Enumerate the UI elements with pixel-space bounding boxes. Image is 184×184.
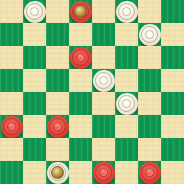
square-e4 bbox=[92, 92, 115, 115]
square-d3 bbox=[69, 115, 92, 138]
square-h3 bbox=[161, 115, 184, 138]
square-c6 bbox=[46, 46, 69, 69]
square-f4[interactable] bbox=[115, 92, 138, 115]
square-h6[interactable] bbox=[161, 46, 184, 69]
square-g8 bbox=[138, 0, 161, 23]
square-a1[interactable] bbox=[0, 161, 23, 184]
square-f6[interactable] bbox=[115, 46, 138, 69]
square-g4 bbox=[138, 92, 161, 115]
red-man-piece[interactable] bbox=[70, 47, 92, 69]
square-g6 bbox=[138, 46, 161, 69]
red-king-piece[interactable] bbox=[70, 1, 92, 23]
square-h8[interactable] bbox=[161, 0, 184, 23]
square-g1[interactable] bbox=[138, 161, 161, 184]
square-g3[interactable] bbox=[138, 115, 161, 138]
square-h4[interactable] bbox=[161, 92, 184, 115]
square-d1 bbox=[69, 161, 92, 184]
square-e1[interactable] bbox=[92, 161, 115, 184]
square-d7 bbox=[69, 23, 92, 46]
square-a2 bbox=[0, 138, 23, 161]
square-c3[interactable] bbox=[46, 115, 69, 138]
square-b7 bbox=[23, 23, 46, 46]
square-e2 bbox=[92, 138, 115, 161]
white-king-piece[interactable] bbox=[47, 162, 69, 184]
square-b5 bbox=[23, 69, 46, 92]
square-c2 bbox=[46, 138, 69, 161]
square-e7[interactable] bbox=[92, 23, 115, 46]
square-h7 bbox=[161, 23, 184, 46]
square-d2[interactable] bbox=[69, 138, 92, 161]
white-man-piece[interactable] bbox=[116, 93, 138, 115]
square-a3[interactable] bbox=[0, 115, 23, 138]
white-man-piece[interactable] bbox=[139, 24, 161, 46]
square-b2[interactable] bbox=[23, 138, 46, 161]
square-c7[interactable] bbox=[46, 23, 69, 46]
square-g5[interactable] bbox=[138, 69, 161, 92]
square-b8[interactable] bbox=[23, 0, 46, 23]
square-h2[interactable] bbox=[161, 138, 184, 161]
white-man-piece[interactable] bbox=[93, 70, 115, 92]
square-f8[interactable] bbox=[115, 0, 138, 23]
white-man-piece[interactable] bbox=[116, 1, 138, 23]
square-e5[interactable] bbox=[92, 69, 115, 92]
square-d4[interactable] bbox=[69, 92, 92, 115]
red-man-piece[interactable] bbox=[139, 162, 161, 184]
square-a8 bbox=[0, 0, 23, 23]
square-g2 bbox=[138, 138, 161, 161]
square-h5 bbox=[161, 69, 184, 92]
square-f1 bbox=[115, 161, 138, 184]
square-c8 bbox=[46, 0, 69, 23]
red-man-piece[interactable] bbox=[93, 162, 115, 184]
checkers-board bbox=[0, 0, 184, 184]
square-f3 bbox=[115, 115, 138, 138]
square-d8[interactable] bbox=[69, 0, 92, 23]
square-b6[interactable] bbox=[23, 46, 46, 69]
square-c4 bbox=[46, 92, 69, 115]
square-f2[interactable] bbox=[115, 138, 138, 161]
square-c1[interactable] bbox=[46, 161, 69, 184]
square-a4 bbox=[0, 92, 23, 115]
square-e8 bbox=[92, 0, 115, 23]
red-man-piece[interactable] bbox=[1, 116, 23, 138]
square-f7 bbox=[115, 23, 138, 46]
square-f5 bbox=[115, 69, 138, 92]
white-man-piece[interactable] bbox=[24, 1, 46, 23]
square-b1 bbox=[23, 161, 46, 184]
square-b4[interactable] bbox=[23, 92, 46, 115]
red-man-piece[interactable] bbox=[47, 116, 69, 138]
square-e6 bbox=[92, 46, 115, 69]
square-a6 bbox=[0, 46, 23, 69]
square-e3[interactable] bbox=[92, 115, 115, 138]
square-d6[interactable] bbox=[69, 46, 92, 69]
square-a5[interactable] bbox=[0, 69, 23, 92]
square-h1 bbox=[161, 161, 184, 184]
square-c5[interactable] bbox=[46, 69, 69, 92]
square-a7[interactable] bbox=[0, 23, 23, 46]
square-b3 bbox=[23, 115, 46, 138]
square-d5 bbox=[69, 69, 92, 92]
square-g7[interactable] bbox=[138, 23, 161, 46]
